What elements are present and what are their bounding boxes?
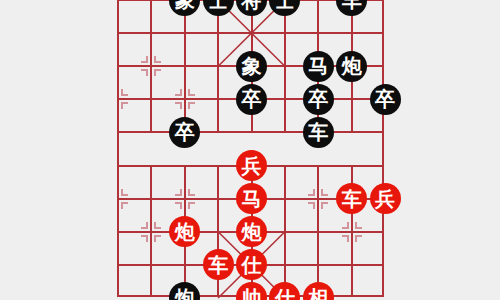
piece-black-elephant[interactable]: 象 (169, 0, 200, 16)
piece-black-chariot[interactable]: 车 (336, 0, 367, 16)
piece-red-chariot[interactable]: 车 (203, 249, 234, 280)
piece-red-advisor[interactable]: 仕 (269, 282, 300, 300)
piece-black-elephant[interactable]: 象 (236, 51, 267, 82)
piece-red-elephant[interactable]: 相 (303, 282, 334, 300)
piece-black-cannon[interactable]: 炮 (169, 282, 200, 300)
piece-black-soldier[interactable]: 卒 (370, 84, 401, 115)
piece-black-horse[interactable]: 马 (303, 51, 334, 82)
piece-black-soldier[interactable]: 卒 (303, 84, 334, 115)
pieces-layer: 象士将士车象马炮卒卒卒卒车炮兵马车兵炮炮车仕帅仕相 (117, 0, 384, 297)
piece-black-advisor[interactable]: 士 (203, 0, 234, 16)
piece-black-soldier[interactable]: 卒 (236, 84, 267, 115)
piece-red-soldier[interactable]: 兵 (236, 150, 267, 181)
piece-red-horse[interactable]: 马 (236, 183, 267, 214)
xiangqi-board-screenshot: 象士将士车象马炮卒卒卒卒车炮兵马车兵炮炮车仕帅仕相 (0, 0, 500, 300)
piece-black-advisor[interactable]: 士 (269, 0, 300, 16)
piece-red-cannon[interactable]: 炮 (236, 216, 267, 247)
piece-red-general[interactable]: 帅 (236, 282, 267, 300)
piece-red-advisor[interactable]: 仕 (236, 249, 267, 280)
piece-black-cannon[interactable]: 炮 (336, 51, 367, 82)
piece-black-soldier[interactable]: 卒 (169, 117, 200, 148)
piece-black-general[interactable]: 将 (236, 0, 267, 16)
piece-black-chariot[interactable]: 车 (303, 117, 334, 148)
piece-red-chariot[interactable]: 车 (336, 183, 367, 214)
piece-red-cannon[interactable]: 炮 (169, 216, 200, 247)
piece-red-soldier[interactable]: 兵 (370, 183, 401, 214)
